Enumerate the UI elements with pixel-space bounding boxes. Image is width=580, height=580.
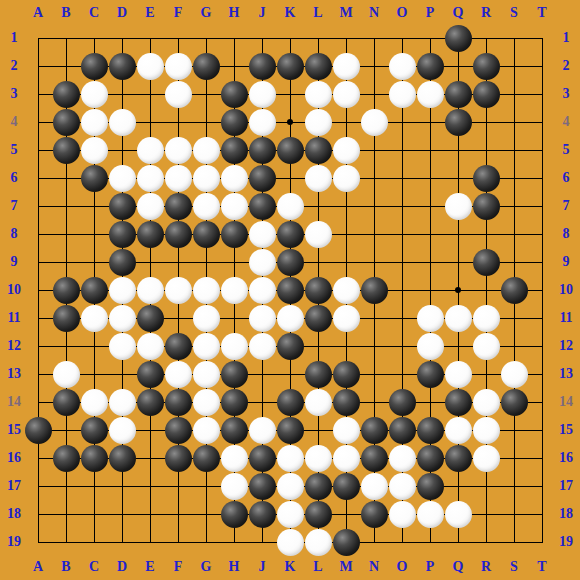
intersection-K8[interactable]	[276, 220, 304, 248]
intersection-S13[interactable]	[500, 360, 528, 388]
intersection-T3[interactable]	[528, 80, 556, 108]
intersection-A10[interactable]	[24, 276, 52, 304]
intersection-S12[interactable]	[500, 332, 528, 360]
intersection-A17[interactable]	[24, 472, 52, 500]
intersection-R2[interactable]	[472, 52, 500, 80]
intersection-Q3[interactable]	[444, 80, 472, 108]
intersection-Q10[interactable]	[444, 276, 472, 304]
intersection-S8[interactable]	[500, 220, 528, 248]
intersection-P16[interactable]	[416, 444, 444, 472]
intersection-P9[interactable]	[416, 248, 444, 276]
intersection-L2[interactable]	[304, 52, 332, 80]
intersection-P6[interactable]	[416, 164, 444, 192]
intersection-N16[interactable]	[360, 444, 388, 472]
intersection-O6[interactable]	[388, 164, 416, 192]
intersection-C14[interactable]	[80, 388, 108, 416]
intersection-J11[interactable]	[248, 304, 276, 332]
intersection-H12[interactable]	[220, 332, 248, 360]
intersection-M12[interactable]	[332, 332, 360, 360]
intersection-T15[interactable]	[528, 416, 556, 444]
intersection-K7[interactable]	[276, 192, 304, 220]
intersection-F7[interactable]	[164, 192, 192, 220]
intersection-E14[interactable]	[136, 388, 164, 416]
intersection-H15[interactable]	[220, 416, 248, 444]
intersection-S16[interactable]	[500, 444, 528, 472]
intersection-S7[interactable]	[500, 192, 528, 220]
intersection-D5[interactable]	[108, 136, 136, 164]
intersection-B17[interactable]	[52, 472, 80, 500]
intersection-E8[interactable]	[136, 220, 164, 248]
intersection-A19[interactable]	[24, 528, 52, 556]
intersection-L15[interactable]	[304, 416, 332, 444]
intersection-N13[interactable]	[360, 360, 388, 388]
intersection-L19[interactable]	[304, 528, 332, 556]
intersection-S18[interactable]	[500, 500, 528, 528]
intersection-J13[interactable]	[248, 360, 276, 388]
intersection-P10[interactable]	[416, 276, 444, 304]
intersection-D6[interactable]	[108, 164, 136, 192]
intersection-Q16[interactable]	[444, 444, 472, 472]
intersection-O17[interactable]	[388, 472, 416, 500]
intersection-E5[interactable]	[136, 136, 164, 164]
intersection-H8[interactable]	[220, 220, 248, 248]
intersection-D10[interactable]	[108, 276, 136, 304]
intersection-R14[interactable]	[472, 388, 500, 416]
intersection-O5[interactable]	[388, 136, 416, 164]
intersection-S3[interactable]	[500, 80, 528, 108]
intersection-S6[interactable]	[500, 164, 528, 192]
intersection-J18[interactable]	[248, 500, 276, 528]
intersection-T9[interactable]	[528, 248, 556, 276]
intersection-G15[interactable]	[192, 416, 220, 444]
intersection-Q5[interactable]	[444, 136, 472, 164]
intersection-P7[interactable]	[416, 192, 444, 220]
intersection-M7[interactable]	[332, 192, 360, 220]
intersection-P2[interactable]	[416, 52, 444, 80]
intersection-N17[interactable]	[360, 472, 388, 500]
intersection-C19[interactable]	[80, 528, 108, 556]
intersection-N6[interactable]	[360, 164, 388, 192]
intersection-R9[interactable]	[472, 248, 500, 276]
intersection-L9[interactable]	[304, 248, 332, 276]
intersection-F17[interactable]	[164, 472, 192, 500]
intersection-O12[interactable]	[388, 332, 416, 360]
intersection-L1[interactable]	[304, 24, 332, 52]
intersection-E6[interactable]	[136, 164, 164, 192]
intersection-A7[interactable]	[24, 192, 52, 220]
intersection-P11[interactable]	[416, 304, 444, 332]
intersection-D16[interactable]	[108, 444, 136, 472]
intersection-M15[interactable]	[332, 416, 360, 444]
intersection-B6[interactable]	[52, 164, 80, 192]
intersection-N8[interactable]	[360, 220, 388, 248]
intersection-H17[interactable]	[220, 472, 248, 500]
intersection-J1[interactable]	[248, 24, 276, 52]
intersection-T5[interactable]	[528, 136, 556, 164]
intersection-O1[interactable]	[388, 24, 416, 52]
intersection-G8[interactable]	[192, 220, 220, 248]
intersection-F19[interactable]	[164, 528, 192, 556]
intersection-R1[interactable]	[472, 24, 500, 52]
intersection-T13[interactable]	[528, 360, 556, 388]
intersection-C8[interactable]	[80, 220, 108, 248]
intersection-G9[interactable]	[192, 248, 220, 276]
intersection-P3[interactable]	[416, 80, 444, 108]
intersection-K18[interactable]	[276, 500, 304, 528]
intersection-F9[interactable]	[164, 248, 192, 276]
intersection-Q19[interactable]	[444, 528, 472, 556]
intersection-J9[interactable]	[248, 248, 276, 276]
intersection-T16[interactable]	[528, 444, 556, 472]
intersection-R3[interactable]	[472, 80, 500, 108]
intersection-B12[interactable]	[52, 332, 80, 360]
intersection-Q6[interactable]	[444, 164, 472, 192]
intersection-S10[interactable]	[500, 276, 528, 304]
intersection-M6[interactable]	[332, 164, 360, 192]
intersection-B11[interactable]	[52, 304, 80, 332]
intersection-J6[interactable]	[248, 164, 276, 192]
intersection-R11[interactable]	[472, 304, 500, 332]
intersection-C10[interactable]	[80, 276, 108, 304]
intersection-J2[interactable]	[248, 52, 276, 80]
intersection-F16[interactable]	[164, 444, 192, 472]
intersection-N11[interactable]	[360, 304, 388, 332]
intersection-Q11[interactable]	[444, 304, 472, 332]
intersection-F6[interactable]	[164, 164, 192, 192]
intersection-L6[interactable]	[304, 164, 332, 192]
intersection-G7[interactable]	[192, 192, 220, 220]
intersection-B10[interactable]	[52, 276, 80, 304]
intersection-L16[interactable]	[304, 444, 332, 472]
intersection-R4[interactable]	[472, 108, 500, 136]
intersection-D14[interactable]	[108, 388, 136, 416]
intersection-N5[interactable]	[360, 136, 388, 164]
board-intersections[interactable]	[24, 24, 556, 556]
intersection-P13[interactable]	[416, 360, 444, 388]
intersection-R6[interactable]	[472, 164, 500, 192]
intersection-Q15[interactable]	[444, 416, 472, 444]
intersection-E16[interactable]	[136, 444, 164, 472]
intersection-C2[interactable]	[80, 52, 108, 80]
intersection-K11[interactable]	[276, 304, 304, 332]
intersection-K6[interactable]	[276, 164, 304, 192]
intersection-H13[interactable]	[220, 360, 248, 388]
intersection-L8[interactable]	[304, 220, 332, 248]
intersection-K19[interactable]	[276, 528, 304, 556]
intersection-N14[interactable]	[360, 388, 388, 416]
intersection-P8[interactable]	[416, 220, 444, 248]
intersection-B7[interactable]	[52, 192, 80, 220]
intersection-N19[interactable]	[360, 528, 388, 556]
intersection-O3[interactable]	[388, 80, 416, 108]
intersection-O9[interactable]	[388, 248, 416, 276]
intersection-J3[interactable]	[248, 80, 276, 108]
intersection-R19[interactable]	[472, 528, 500, 556]
intersection-O15[interactable]	[388, 416, 416, 444]
intersection-J4[interactable]	[248, 108, 276, 136]
intersection-O8[interactable]	[388, 220, 416, 248]
intersection-N4[interactable]	[360, 108, 388, 136]
intersection-B5[interactable]	[52, 136, 80, 164]
intersection-C16[interactable]	[80, 444, 108, 472]
intersection-A16[interactable]	[24, 444, 52, 472]
intersection-F12[interactable]	[164, 332, 192, 360]
intersection-E19[interactable]	[136, 528, 164, 556]
intersection-R15[interactable]	[472, 416, 500, 444]
intersection-P5[interactable]	[416, 136, 444, 164]
intersection-E11[interactable]	[136, 304, 164, 332]
intersection-K10[interactable]	[276, 276, 304, 304]
intersection-N10[interactable]	[360, 276, 388, 304]
intersection-P1[interactable]	[416, 24, 444, 52]
intersection-G13[interactable]	[192, 360, 220, 388]
intersection-H3[interactable]	[220, 80, 248, 108]
intersection-M8[interactable]	[332, 220, 360, 248]
intersection-Q4[interactable]	[444, 108, 472, 136]
intersection-N1[interactable]	[360, 24, 388, 52]
intersection-B1[interactable]	[52, 24, 80, 52]
intersection-H1[interactable]	[220, 24, 248, 52]
intersection-L14[interactable]	[304, 388, 332, 416]
intersection-L17[interactable]	[304, 472, 332, 500]
intersection-G1[interactable]	[192, 24, 220, 52]
intersection-R7[interactable]	[472, 192, 500, 220]
intersection-N3[interactable]	[360, 80, 388, 108]
intersection-M19[interactable]	[332, 528, 360, 556]
intersection-C12[interactable]	[80, 332, 108, 360]
intersection-B19[interactable]	[52, 528, 80, 556]
intersection-J10[interactable]	[248, 276, 276, 304]
intersection-N9[interactable]	[360, 248, 388, 276]
intersection-H11[interactable]	[220, 304, 248, 332]
intersection-R13[interactable]	[472, 360, 500, 388]
intersection-M3[interactable]	[332, 80, 360, 108]
intersection-D12[interactable]	[108, 332, 136, 360]
intersection-B2[interactable]	[52, 52, 80, 80]
intersection-P15[interactable]	[416, 416, 444, 444]
intersection-Q8[interactable]	[444, 220, 472, 248]
intersection-F15[interactable]	[164, 416, 192, 444]
intersection-T18[interactable]	[528, 500, 556, 528]
intersection-G19[interactable]	[192, 528, 220, 556]
intersection-O19[interactable]	[388, 528, 416, 556]
intersection-G12[interactable]	[192, 332, 220, 360]
intersection-N7[interactable]	[360, 192, 388, 220]
intersection-Q1[interactable]	[444, 24, 472, 52]
intersection-C3[interactable]	[80, 80, 108, 108]
intersection-A13[interactable]	[24, 360, 52, 388]
intersection-M16[interactable]	[332, 444, 360, 472]
intersection-T1[interactable]	[528, 24, 556, 52]
intersection-Q17[interactable]	[444, 472, 472, 500]
intersection-P18[interactable]	[416, 500, 444, 528]
intersection-F18[interactable]	[164, 500, 192, 528]
intersection-B8[interactable]	[52, 220, 80, 248]
intersection-K16[interactable]	[276, 444, 304, 472]
intersection-A5[interactable]	[24, 136, 52, 164]
intersection-F13[interactable]	[164, 360, 192, 388]
intersection-L18[interactable]	[304, 500, 332, 528]
intersection-N18[interactable]	[360, 500, 388, 528]
intersection-M1[interactable]	[332, 24, 360, 52]
intersection-R18[interactable]	[472, 500, 500, 528]
intersection-C18[interactable]	[80, 500, 108, 528]
intersection-D9[interactable]	[108, 248, 136, 276]
go-board[interactable]: AABBCCDDEEFFGGHHJJKKLLMMNNOOPPQQRRSSTT11…	[0, 0, 580, 580]
intersection-L10[interactable]	[304, 276, 332, 304]
intersection-E3[interactable]	[136, 80, 164, 108]
intersection-A11[interactable]	[24, 304, 52, 332]
intersection-N2[interactable]	[360, 52, 388, 80]
intersection-E12[interactable]	[136, 332, 164, 360]
intersection-E2[interactable]	[136, 52, 164, 80]
intersection-G10[interactable]	[192, 276, 220, 304]
intersection-B13[interactable]	[52, 360, 80, 388]
intersection-R17[interactable]	[472, 472, 500, 500]
intersection-L11[interactable]	[304, 304, 332, 332]
intersection-E15[interactable]	[136, 416, 164, 444]
intersection-F3[interactable]	[164, 80, 192, 108]
intersection-K17[interactable]	[276, 472, 304, 500]
intersection-F4[interactable]	[164, 108, 192, 136]
intersection-J15[interactable]	[248, 416, 276, 444]
intersection-J14[interactable]	[248, 388, 276, 416]
intersection-O4[interactable]	[388, 108, 416, 136]
intersection-C11[interactable]	[80, 304, 108, 332]
intersection-D7[interactable]	[108, 192, 136, 220]
intersection-B3[interactable]	[52, 80, 80, 108]
intersection-P4[interactable]	[416, 108, 444, 136]
intersection-S9[interactable]	[500, 248, 528, 276]
intersection-G18[interactable]	[192, 500, 220, 528]
intersection-F2[interactable]	[164, 52, 192, 80]
intersection-F5[interactable]	[164, 136, 192, 164]
intersection-D11[interactable]	[108, 304, 136, 332]
intersection-P17[interactable]	[416, 472, 444, 500]
intersection-C13[interactable]	[80, 360, 108, 388]
intersection-D19[interactable]	[108, 528, 136, 556]
intersection-L5[interactable]	[304, 136, 332, 164]
intersection-R12[interactable]	[472, 332, 500, 360]
intersection-B15[interactable]	[52, 416, 80, 444]
intersection-O11[interactable]	[388, 304, 416, 332]
intersection-E17[interactable]	[136, 472, 164, 500]
intersection-C6[interactable]	[80, 164, 108, 192]
intersection-D18[interactable]	[108, 500, 136, 528]
intersection-G11[interactable]	[192, 304, 220, 332]
intersection-M10[interactable]	[332, 276, 360, 304]
intersection-J12[interactable]	[248, 332, 276, 360]
intersection-E4[interactable]	[136, 108, 164, 136]
intersection-S11[interactable]	[500, 304, 528, 332]
intersection-S17[interactable]	[500, 472, 528, 500]
intersection-F11[interactable]	[164, 304, 192, 332]
intersection-L3[interactable]	[304, 80, 332, 108]
intersection-H6[interactable]	[220, 164, 248, 192]
intersection-C5[interactable]	[80, 136, 108, 164]
intersection-Q2[interactable]	[444, 52, 472, 80]
intersection-A6[interactable]	[24, 164, 52, 192]
intersection-Q12[interactable]	[444, 332, 472, 360]
intersection-A15[interactable]	[24, 416, 52, 444]
intersection-G6[interactable]	[192, 164, 220, 192]
intersection-E9[interactable]	[136, 248, 164, 276]
intersection-H9[interactable]	[220, 248, 248, 276]
intersection-A18[interactable]	[24, 500, 52, 528]
intersection-O13[interactable]	[388, 360, 416, 388]
intersection-C4[interactable]	[80, 108, 108, 136]
intersection-H14[interactable]	[220, 388, 248, 416]
intersection-G14[interactable]	[192, 388, 220, 416]
intersection-J19[interactable]	[248, 528, 276, 556]
intersection-K3[interactable]	[276, 80, 304, 108]
intersection-D15[interactable]	[108, 416, 136, 444]
intersection-O18[interactable]	[388, 500, 416, 528]
intersection-R5[interactable]	[472, 136, 500, 164]
intersection-A14[interactable]	[24, 388, 52, 416]
intersection-B18[interactable]	[52, 500, 80, 528]
intersection-Q14[interactable]	[444, 388, 472, 416]
intersection-M14[interactable]	[332, 388, 360, 416]
intersection-L4[interactable]	[304, 108, 332, 136]
intersection-M4[interactable]	[332, 108, 360, 136]
intersection-G3[interactable]	[192, 80, 220, 108]
intersection-H19[interactable]	[220, 528, 248, 556]
intersection-L13[interactable]	[304, 360, 332, 388]
intersection-E18[interactable]	[136, 500, 164, 528]
intersection-J8[interactable]	[248, 220, 276, 248]
intersection-D13[interactable]	[108, 360, 136, 388]
intersection-A4[interactable]	[24, 108, 52, 136]
intersection-S4[interactable]	[500, 108, 528, 136]
intersection-R16[interactable]	[472, 444, 500, 472]
intersection-H4[interactable]	[220, 108, 248, 136]
intersection-P12[interactable]	[416, 332, 444, 360]
intersection-S14[interactable]	[500, 388, 528, 416]
intersection-T19[interactable]	[528, 528, 556, 556]
intersection-T8[interactable]	[528, 220, 556, 248]
intersection-R8[interactable]	[472, 220, 500, 248]
intersection-S5[interactable]	[500, 136, 528, 164]
intersection-H7[interactable]	[220, 192, 248, 220]
intersection-D8[interactable]	[108, 220, 136, 248]
intersection-K12[interactable]	[276, 332, 304, 360]
intersection-E7[interactable]	[136, 192, 164, 220]
intersection-D4[interactable]	[108, 108, 136, 136]
intersection-A3[interactable]	[24, 80, 52, 108]
intersection-T14[interactable]	[528, 388, 556, 416]
intersection-M2[interactable]	[332, 52, 360, 80]
intersection-H10[interactable]	[220, 276, 248, 304]
intersection-F8[interactable]	[164, 220, 192, 248]
intersection-K14[interactable]	[276, 388, 304, 416]
intersection-D2[interactable]	[108, 52, 136, 80]
intersection-T12[interactable]	[528, 332, 556, 360]
intersection-Q18[interactable]	[444, 500, 472, 528]
intersection-S15[interactable]	[500, 416, 528, 444]
intersection-C7[interactable]	[80, 192, 108, 220]
intersection-O16[interactable]	[388, 444, 416, 472]
intersection-M13[interactable]	[332, 360, 360, 388]
intersection-B14[interactable]	[52, 388, 80, 416]
intersection-M17[interactable]	[332, 472, 360, 500]
intersection-F1[interactable]	[164, 24, 192, 52]
intersection-G2[interactable]	[192, 52, 220, 80]
intersection-L7[interactable]	[304, 192, 332, 220]
intersection-D1[interactable]	[108, 24, 136, 52]
intersection-G17[interactable]	[192, 472, 220, 500]
intersection-S2[interactable]	[500, 52, 528, 80]
